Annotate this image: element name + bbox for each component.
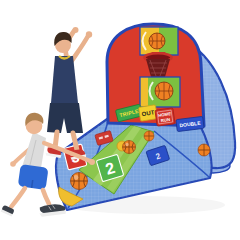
younger-boy-shoe-front <box>39 203 67 217</box>
tag-home-run: HOME RUN <box>155 108 175 126</box>
top-panel-ball-print <box>149 33 165 49</box>
older-boy-tank-top <box>51 56 78 103</box>
younger-boy-hand-back <box>10 161 16 167</box>
basketball-arcade-toy: 3 2 2 <box>56 24 235 210</box>
product-photo: 3 2 2 <box>0 0 240 240</box>
younger-boy-leg-front <box>43 190 49 204</box>
basketball-on-ramp <box>123 141 136 154</box>
middle-target-panel <box>140 77 180 107</box>
older-boy-shorts <box>47 103 83 133</box>
mid-panel-yellow-strip <box>140 77 148 107</box>
older-boy-arm-front <box>71 36 88 62</box>
tag-out: OUT <box>139 105 158 121</box>
younger-boy-hand-front <box>89 159 95 165</box>
mid-panel-ball-print <box>155 82 173 100</box>
basketball-right-foot <box>198 144 210 156</box>
younger-boy-shorts <box>18 164 49 190</box>
basketball-front-left-highlight <box>74 175 79 180</box>
basketball-front-left <box>71 173 88 190</box>
top-target-panel <box>140 27 178 55</box>
basketball-small-top <box>144 131 154 141</box>
scene-svg: 3 2 2 <box>0 0 240 240</box>
younger-boy-shorts-body <box>18 164 49 190</box>
basketball-on-ramp-highlight <box>125 143 129 147</box>
older-boy-hand-front <box>86 31 92 37</box>
younger-boy-leg-back <box>11 188 25 207</box>
older-boy-hand-back <box>73 27 79 33</box>
